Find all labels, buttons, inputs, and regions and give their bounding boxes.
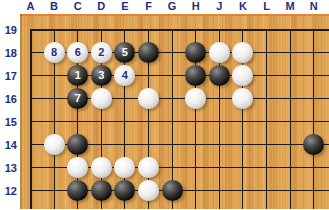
stone-white-d16[interactable] xyxy=(91,88,112,109)
stone-black-f18[interactable] xyxy=(138,42,159,63)
stone-white-f12[interactable] xyxy=(138,180,159,201)
stone-black-d17[interactable]: 3 xyxy=(91,65,112,86)
grid-hline xyxy=(30,29,329,31)
row-label-16: 16 xyxy=(0,92,17,106)
stone-black-d12[interactable] xyxy=(91,180,112,201)
column-label-n: N xyxy=(304,0,324,14)
column-label-a: A xyxy=(21,0,41,14)
row-label-15: 15 xyxy=(0,115,17,129)
grid-vline xyxy=(30,29,32,210)
column-label-b: B xyxy=(44,0,64,14)
stone-white-d18[interactable]: 2 xyxy=(91,42,112,63)
move-number: 6 xyxy=(75,46,81,58)
move-number: 5 xyxy=(122,46,128,58)
column-label-d: D xyxy=(91,0,111,14)
stone-white-b14[interactable] xyxy=(44,134,65,155)
stone-black-g12[interactable] xyxy=(162,180,183,201)
go-diagram-screenshot: ABCDEFGHJKLMN 1918171615141312 86251347 xyxy=(0,0,329,209)
row-label-12: 12 xyxy=(0,184,17,198)
stone-white-d13[interactable] xyxy=(91,157,112,178)
move-number: 7 xyxy=(75,92,81,104)
move-number: 2 xyxy=(98,46,104,58)
column-label-m: M xyxy=(280,0,300,14)
stone-white-j18[interactable] xyxy=(209,42,230,63)
move-number: 1 xyxy=(75,69,81,81)
move-number: 3 xyxy=(98,69,104,81)
grid-vline xyxy=(290,29,291,210)
column-label-j: J xyxy=(209,0,229,14)
column-label-f: F xyxy=(139,0,159,14)
column-label-g: G xyxy=(162,0,182,14)
stone-white-b18[interactable]: 8 xyxy=(44,42,65,63)
stone-white-f13[interactable] xyxy=(138,157,159,178)
row-label-13: 13 xyxy=(0,161,17,175)
column-label-e: E xyxy=(115,0,135,14)
row-label-18: 18 xyxy=(0,46,17,60)
column-label-c: C xyxy=(68,0,88,14)
row-label-17: 17 xyxy=(0,69,17,83)
grid-vline xyxy=(266,29,267,210)
row-label-19: 19 xyxy=(0,23,17,37)
stone-white-f16[interactable] xyxy=(138,88,159,109)
grid-vline xyxy=(313,29,314,210)
grid-hline xyxy=(30,121,329,122)
column-label-l: L xyxy=(257,0,277,14)
stone-black-j17[interactable] xyxy=(209,65,230,86)
column-label-h: H xyxy=(186,0,206,14)
row-label-14: 14 xyxy=(0,138,17,152)
move-number: 8 xyxy=(51,46,57,58)
move-number: 4 xyxy=(122,69,128,81)
column-label-k: K xyxy=(233,0,253,14)
